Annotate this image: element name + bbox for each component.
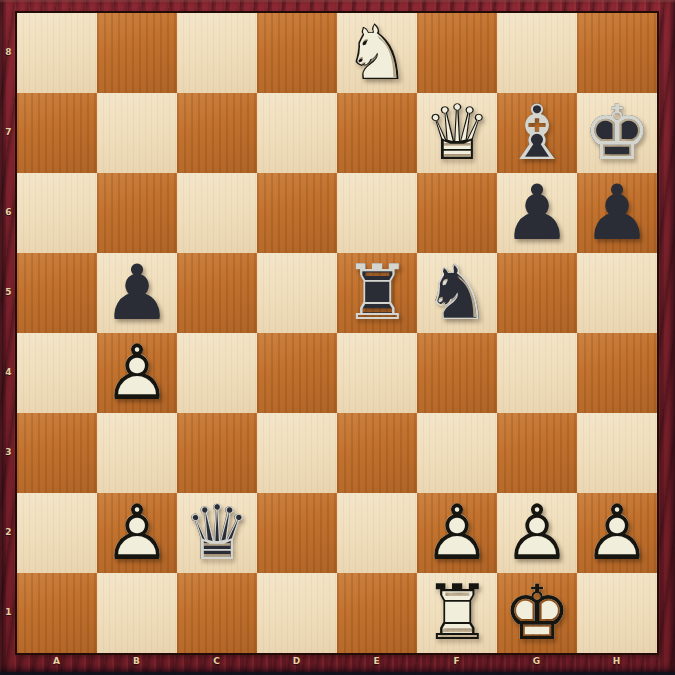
square-g8[interactable]: [497, 13, 577, 93]
square-f2[interactable]: ♟♙: [417, 493, 497, 573]
square-a8[interactable]: [17, 13, 97, 93]
square-c6[interactable]: [177, 173, 257, 253]
black-rook-e5-icon[interactable]: ♜♖: [337, 253, 417, 333]
white-knight-e8-icon[interactable]: ♞♘: [337, 13, 417, 93]
piece-glyph-fill: ♟: [577, 173, 657, 253]
black-pawn-g6-icon[interactable]: ♟: [497, 173, 577, 253]
piece-glyph-fill: ♟: [497, 173, 577, 253]
piece-glyph-outline: ♔: [497, 573, 577, 653]
square-b6[interactable]: [97, 173, 177, 253]
chessboard-frame: ♞♘♛♕♝♗♚♔♟♟♟♜♖♞♘♟♙♟♙♛♕♟♙♟♙♟♙♜♖♚♔ 12345678…: [0, 0, 675, 675]
square-d3[interactable]: [257, 413, 337, 493]
square-h4[interactable]: [577, 333, 657, 413]
square-a6[interactable]: [17, 173, 97, 253]
black-bishop-g7-icon[interactable]: ♝♗: [497, 93, 577, 173]
file-label-f: F: [417, 656, 497, 670]
square-c3[interactable]: [177, 413, 257, 493]
square-h3[interactable]: [577, 413, 657, 493]
piece-glyph-outline: ♘: [337, 13, 417, 93]
square-c5[interactable]: [177, 253, 257, 333]
square-c8[interactable]: [177, 13, 257, 93]
white-pawn-h2-icon[interactable]: ♟♙: [577, 493, 657, 573]
square-e5[interactable]: ♜♖: [337, 253, 417, 333]
square-g6[interactable]: ♟: [497, 173, 577, 253]
rank-label-3: 3: [0, 447, 17, 459]
square-c7[interactable]: [177, 93, 257, 173]
chessboard: ♞♘♛♕♝♗♚♔♟♟♟♜♖♞♘♟♙♟♙♛♕♟♙♟♙♟♙♜♖♚♔: [17, 13, 657, 653]
square-a3[interactable]: [17, 413, 97, 493]
square-a1[interactable]: [17, 573, 97, 653]
square-d6[interactable]: [257, 173, 337, 253]
square-d7[interactable]: [257, 93, 337, 173]
square-a7[interactable]: [17, 93, 97, 173]
square-d8[interactable]: [257, 13, 337, 93]
square-e7[interactable]: [337, 93, 417, 173]
white-king-g1-icon[interactable]: ♚♔: [497, 573, 577, 653]
white-pawn-b4-icon[interactable]: ♟♙: [97, 333, 177, 413]
square-b2[interactable]: ♟♙: [97, 493, 177, 573]
square-d1[interactable]: [257, 573, 337, 653]
white-pawn-g2-icon[interactable]: ♟♙: [497, 493, 577, 573]
rank-label-8: 8: [0, 47, 17, 59]
square-d5[interactable]: [257, 253, 337, 333]
white-pawn-b2-icon[interactable]: ♟♙: [97, 493, 177, 573]
white-pawn-f2-icon[interactable]: ♟♙: [417, 493, 497, 573]
rank-label-2: 2: [0, 527, 17, 539]
square-a2[interactable]: [17, 493, 97, 573]
piece-glyph-outline: ♕: [417, 93, 497, 173]
black-pawn-b5-icon[interactable]: ♟: [97, 253, 177, 333]
square-h1[interactable]: [577, 573, 657, 653]
black-knight-f5-icon[interactable]: ♞♘: [417, 253, 497, 333]
rank-label-7: 7: [0, 127, 17, 139]
square-e6[interactable]: [337, 173, 417, 253]
rank-label-1: 1: [0, 607, 17, 619]
rank-label-6: 6: [0, 207, 17, 219]
piece-glyph-outline: ♗: [497, 93, 577, 173]
square-g5[interactable]: [497, 253, 577, 333]
square-d2[interactable]: [257, 493, 337, 573]
piece-glyph-outline: ♔: [577, 93, 657, 173]
square-g3[interactable]: [497, 413, 577, 493]
square-h6[interactable]: ♟: [577, 173, 657, 253]
square-c1[interactable]: [177, 573, 257, 653]
square-b5[interactable]: ♟: [97, 253, 177, 333]
square-g4[interactable]: [497, 333, 577, 413]
square-f5[interactable]: ♞♘: [417, 253, 497, 333]
black-pawn-h6-icon[interactable]: ♟: [577, 173, 657, 253]
square-b3[interactable]: [97, 413, 177, 493]
square-h2[interactable]: ♟♙: [577, 493, 657, 573]
square-f8[interactable]: [417, 13, 497, 93]
square-f6[interactable]: [417, 173, 497, 253]
white-rook-f1-icon[interactable]: ♜♖: [417, 573, 497, 653]
square-b4[interactable]: ♟♙: [97, 333, 177, 413]
square-g1[interactable]: ♚♔: [497, 573, 577, 653]
black-king-h7-icon[interactable]: ♚♔: [577, 93, 657, 173]
piece-glyph-outline: ♘: [417, 253, 497, 333]
square-g2[interactable]: ♟♙: [497, 493, 577, 573]
square-a4[interactable]: [17, 333, 97, 413]
square-h5[interactable]: [577, 253, 657, 333]
file-label-e: E: [337, 656, 417, 670]
file-label-b: B: [97, 656, 177, 670]
square-a5[interactable]: [17, 253, 97, 333]
piece-glyph-fill: ♟: [97, 253, 177, 333]
square-f3[interactable]: [417, 413, 497, 493]
square-e8[interactable]: ♞♘: [337, 13, 417, 93]
square-f4[interactable]: [417, 333, 497, 413]
square-h7[interactable]: ♚♔: [577, 93, 657, 173]
square-b7[interactable]: [97, 93, 177, 173]
square-b8[interactable]: [97, 13, 177, 93]
piece-glyph-outline: ♙: [417, 493, 497, 573]
file-label-c: C: [177, 656, 257, 670]
square-f7[interactable]: ♛♕: [417, 93, 497, 173]
square-e2[interactable]: [337, 493, 417, 573]
piece-glyph-outline: ♖: [337, 253, 417, 333]
file-label-d: D: [257, 656, 337, 670]
piece-glyph-outline: ♙: [97, 333, 177, 413]
black-queen-c2-icon[interactable]: ♛♕: [177, 493, 257, 573]
square-e3[interactable]: [337, 413, 417, 493]
square-e1[interactable]: [337, 573, 417, 653]
square-c4[interactable]: [177, 333, 257, 413]
piece-glyph-outline: ♖: [417, 573, 497, 653]
rank-label-4: 4: [0, 367, 17, 379]
square-h8[interactable]: [577, 13, 657, 93]
file-label-g: G: [497, 656, 577, 670]
white-queen-f7-icon[interactable]: ♛♕: [417, 93, 497, 173]
square-g7[interactable]: ♝♗: [497, 93, 577, 173]
file-label-h: H: [577, 656, 657, 670]
file-label-a: A: [17, 656, 97, 670]
piece-glyph-outline: ♙: [577, 493, 657, 573]
square-e4[interactable]: [337, 333, 417, 413]
piece-glyph-outline: ♙: [97, 493, 177, 573]
rank-label-5: 5: [0, 287, 17, 299]
piece-glyph-outline: ♙: [497, 493, 577, 573]
square-c2[interactable]: ♛♕: [177, 493, 257, 573]
square-b1[interactable]: [97, 573, 177, 653]
square-d4[interactable]: [257, 333, 337, 413]
piece-glyph-outline: ♕: [177, 493, 257, 573]
square-f1[interactable]: ♜♖: [417, 573, 497, 653]
